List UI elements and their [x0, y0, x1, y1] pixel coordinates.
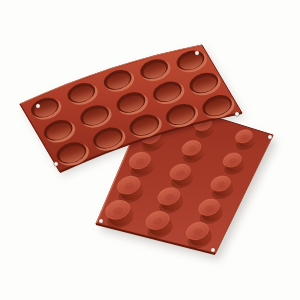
- corner-hole: [99, 219, 103, 223]
- corner-hole: [268, 135, 272, 139]
- corner-hole: [54, 162, 58, 166]
- corner-hole: [36, 104, 40, 108]
- corner-hole: [195, 51, 199, 55]
- corner-hole: [235, 112, 239, 116]
- product-photo: [0, 0, 300, 300]
- corner-hole: [211, 248, 215, 252]
- photo-canvas: [0, 0, 300, 300]
